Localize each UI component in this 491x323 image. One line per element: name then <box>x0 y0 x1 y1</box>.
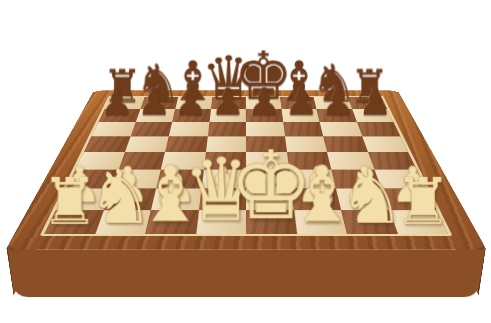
square-a7[interactable]: ♟ <box>98 109 140 122</box>
chess-board: ♜♞♝♛♚♝♞♜♟♟♟♟♟♟♟♟♟♟♟♟♟♟♟♟♜♞♝♛♚♝♞♜ <box>5 90 486 249</box>
piece-black-pawn[interactable]: ♟ <box>100 83 134 121</box>
piece-black-pawn[interactable]: ♟ <box>136 83 170 121</box>
square-h6[interactable] <box>356 122 400 136</box>
piece-black-pawn[interactable]: ♟ <box>357 83 391 121</box>
square-d7[interactable]: ♟ <box>209 109 246 122</box>
board-grid: ♜♞♝♛♚♝♞♜♟♟♟♟♟♟♟♟♟♟♟♟♟♟♟♟♜♞♝♛♚♝♞♜ <box>44 97 448 234</box>
square-h5[interactable] <box>361 136 407 152</box>
square-a6[interactable] <box>91 122 135 136</box>
square-h1[interactable]: ♜ <box>388 210 447 234</box>
square-b7[interactable]: ♟ <box>135 109 175 122</box>
square-a5[interactable] <box>84 136 130 152</box>
square-b6[interactable] <box>130 122 172 136</box>
scene: ♜♞♝♛♚♝♞♜♟♟♟♟♟♟♟♟♟♟♟♟♟♟♟♟♜♞♝♛♚♝♞♜ <box>60 0 432 323</box>
board-front-edge <box>8 250 484 297</box>
piece-black-pawn[interactable]: ♟ <box>247 83 281 121</box>
piece-black-pawn[interactable]: ♟ <box>320 83 354 121</box>
piece-white-rook[interactable]: ♜ <box>393 169 451 234</box>
square-c7[interactable]: ♟ <box>172 109 210 122</box>
board-playing-area: ♜♞♝♛♚♝♞♜♟♟♟♟♟♟♟♟♟♟♟♟♟♟♟♟♜♞♝♛♚♝♞♜ <box>39 96 452 236</box>
square-h7[interactable]: ♟ <box>351 109 393 122</box>
chess-set-photo: ♜♞♝♛♚♝♞♜♟♟♟♟♟♟♟♟♟♟♟♟♟♟♟♟♜♞♝♛♚♝♞♜ <box>0 0 491 323</box>
square-g6[interactable] <box>319 122 361 136</box>
piece-black-pawn[interactable]: ♟ <box>210 83 244 121</box>
square-g1[interactable]: ♞ <box>341 210 397 234</box>
square-c6[interactable] <box>168 122 208 136</box>
piece-black-pawn[interactable]: ♟ <box>284 83 318 121</box>
square-g7[interactable]: ♟ <box>316 109 356 122</box>
square-f7[interactable]: ♟ <box>281 109 319 122</box>
square-e7[interactable]: ♟ <box>246 109 283 122</box>
piece-black-pawn[interactable]: ♟ <box>173 83 207 121</box>
